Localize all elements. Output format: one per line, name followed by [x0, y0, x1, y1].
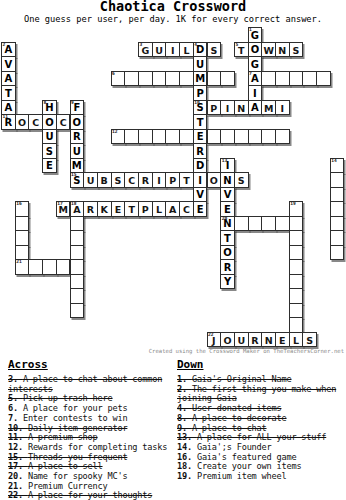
- cell-r3c11: [152, 71, 167, 87]
- cell-r10c7: B: [97, 172, 112, 188]
- clue-number: 18.: [177, 461, 197, 471]
- cell-letter: M: [264, 102, 273, 114]
- clue-3: 3. A place to chat about common interest…: [8, 375, 174, 394]
- clue-number: 10.: [8, 423, 28, 433]
- cell-letter: S: [115, 174, 122, 186]
- cell-letter: T: [183, 174, 189, 186]
- cell-r15c5: [70, 245, 85, 261]
- cell-r3c18: 7A: [248, 71, 263, 87]
- cell-r3c13: [179, 71, 194, 87]
- cell-r7c5: R: [70, 129, 85, 145]
- cell-number: 15: [71, 173, 77, 178]
- cell-number: 7: [249, 72, 252, 77]
- cell-r8c3: S: [42, 143, 57, 159]
- clue-number: 8.: [177, 413, 192, 423]
- cell-letter: L: [293, 334, 299, 346]
- cell-r10c13: T: [179, 172, 194, 188]
- cell-letter: A: [169, 203, 176, 215]
- clue-number: 15.: [8, 452, 28, 462]
- cell-number: 1: [249, 28, 252, 33]
- cell-letter: S: [306, 334, 313, 346]
- cell-r2c18: G: [248, 56, 263, 72]
- clue-number: 13.: [177, 432, 197, 442]
- clue-22: 22. A place for your thoughts: [8, 491, 174, 500]
- cell-r10c8: S: [111, 172, 126, 188]
- cell-r7c20: [275, 129, 290, 145]
- clue-number: 9.: [177, 423, 192, 433]
- cell-letter: A: [251, 72, 259, 84]
- cell-number: 2: [3, 43, 6, 48]
- cell-number: 3: [140, 43, 143, 48]
- cell-r21c16: O: [220, 332, 235, 348]
- clue-number: 16.: [177, 452, 197, 462]
- cell-number: 18: [71, 202, 77, 207]
- cell-letter: T: [197, 116, 204, 128]
- cell-letter: O: [223, 246, 232, 258]
- cell-r10c17: S: [234, 172, 249, 188]
- cell-r17c21: [289, 274, 304, 290]
- cell-letter: V: [196, 188, 204, 200]
- cell-letter: S: [210, 44, 217, 56]
- page-title: Chaotica Crossword: [0, 0, 346, 14]
- cell-letter: O: [210, 174, 218, 186]
- cell-r1c17: 5T: [234, 42, 249, 58]
- cell-letter: G: [251, 29, 259, 41]
- cell-r12c9: T: [124, 201, 139, 217]
- cell-r19c21: [289, 303, 304, 319]
- cell-letter: R: [224, 261, 232, 273]
- cell-number: 20: [222, 217, 228, 222]
- cell-r7c19: [261, 129, 276, 145]
- clue-number: 4.: [177, 403, 192, 413]
- cell-r5c15: P: [207, 100, 222, 116]
- cell-letter: D: [196, 43, 204, 55]
- cell-r3c9: [124, 71, 139, 87]
- cell-r3c10: [138, 71, 153, 87]
- cell-r18c21: [289, 288, 304, 304]
- cell-r3c23: [316, 71, 331, 87]
- cell-letter: U: [196, 58, 204, 70]
- cell-number: 14: [331, 159, 337, 164]
- cell-r5c18: A: [248, 100, 263, 116]
- cell-letter: I: [281, 102, 285, 114]
- cell-r4c14: P: [193, 85, 208, 101]
- cell-r7c3: U: [42, 129, 57, 145]
- cell-r7c15: [207, 129, 222, 145]
- cell-r8c5: U: [70, 143, 85, 159]
- cell-letter: O: [45, 116, 54, 128]
- cell-letter: D: [196, 159, 204, 171]
- cell-r3c8: 6: [111, 71, 126, 87]
- cell-number: 9: [71, 101, 74, 106]
- cell-r6c4: C: [56, 114, 71, 130]
- cell-r12c16: E: [220, 201, 235, 217]
- cell-r13c16: 20N: [220, 216, 235, 232]
- board: 1G2A3GUIL4DS5TOWNSVUGA6M7ATPIA8H9F10SPIN…: [1, 27, 345, 346]
- cell-r6c5: O: [70, 114, 85, 130]
- page-subtitle: One guess per user, per day. 1K for ever…: [0, 14, 346, 24]
- cell-r4c0: T: [1, 85, 16, 101]
- cell-r9c3: E: [42, 158, 57, 174]
- cell-r10c15: O: [207, 172, 222, 188]
- cell-r3c14: M: [193, 71, 208, 87]
- cell-letter: E: [46, 159, 53, 171]
- cell-letter: T: [128, 203, 134, 215]
- credit-line: Created using the Crossword Maker on The…: [149, 348, 344, 354]
- cell-letter: I: [253, 87, 257, 99]
- cell-r12c1: 16: [15, 201, 30, 217]
- cell-r13c5: [70, 216, 85, 232]
- cell-r12c21: 19: [289, 201, 304, 217]
- cell-letter: N: [237, 102, 245, 114]
- clue-number: 7.: [8, 413, 23, 423]
- cell-letter: A: [4, 43, 12, 55]
- cell-letter: T: [5, 87, 12, 99]
- cell-r9c14: D: [193, 158, 208, 174]
- cell-number: 8: [44, 101, 47, 106]
- cell-letter: R: [251, 334, 258, 346]
- cell-letter: H: [45, 101, 53, 113]
- cell-letter: O: [223, 334, 231, 346]
- cell-r8c14: R: [193, 143, 208, 159]
- cell-letter: I: [198, 174, 202, 186]
- cell-letter: P: [210, 102, 217, 114]
- cell-r21c22: S: [302, 332, 317, 348]
- cell-number: 21: [16, 260, 22, 265]
- down-clue-list: 1. Gaia's Original Name2. The first thin…: [177, 375, 345, 482]
- cell-r13c20: [275, 216, 290, 232]
- cell-r1c15: S: [207, 42, 222, 58]
- clue-number: 1.: [177, 374, 192, 384]
- cell-letter: W: [263, 44, 273, 56]
- cell-r12c12: A: [165, 201, 180, 217]
- cell-r21c18: R: [248, 332, 263, 348]
- cell-number: 13: [222, 159, 228, 164]
- cell-r13c24: [330, 216, 345, 232]
- page: { "title": "Chaotica Crossword", "subtit…: [0, 0, 346, 500]
- cell-r12c4: 17M: [56, 201, 71, 217]
- cell-r14c24: [330, 230, 345, 246]
- cell-letter: G: [251, 58, 259, 70]
- cell-r14c5: [70, 230, 85, 246]
- cell-r21c17: U: [234, 332, 249, 348]
- cell-r5c0: A: [1, 100, 16, 116]
- cell-letter: U: [73, 145, 81, 157]
- cell-r0c18: 1G: [248, 27, 263, 43]
- cell-r12c6: R: [83, 201, 98, 217]
- cell-r5c3: 8H: [42, 100, 57, 116]
- cell-r15c1: [15, 245, 30, 261]
- cell-r9c5: M: [70, 158, 85, 174]
- cell-r16c5: [70, 259, 85, 275]
- cell-letter: R: [196, 145, 204, 157]
- cell-r3c12: [165, 71, 180, 87]
- cell-letter: K: [101, 203, 108, 215]
- cell-r12c8: E: [111, 201, 126, 217]
- cell-r10c9: C: [124, 172, 139, 188]
- cell-r6c1: O: [15, 114, 30, 130]
- cell-r10c12: P: [165, 172, 180, 188]
- cell-letter: I: [157, 174, 161, 186]
- cell-r3c16: [220, 71, 235, 87]
- cell-letter: I: [226, 102, 230, 114]
- cell-r3c21: [289, 71, 304, 87]
- cell-r19c5: [70, 303, 85, 319]
- cell-r11c24: [330, 187, 345, 203]
- cell-r6c2: C: [28, 114, 43, 130]
- cell-r11c16: V: [220, 187, 235, 203]
- across-header: Across: [8, 358, 174, 371]
- cell-r3c19: [261, 71, 276, 87]
- cell-number: 16: [16, 202, 22, 207]
- down-header: Down: [177, 358, 345, 371]
- cell-r5c19: M: [261, 100, 276, 116]
- down-clues: Down 1. Gaia's Original Name2. The first…: [177, 358, 345, 482]
- cell-r17c5: [70, 274, 85, 290]
- cell-letter: P: [196, 87, 203, 99]
- cell-letter: U: [237, 334, 245, 346]
- cell-r7c8: 12: [111, 129, 126, 145]
- cell-r18c5: [70, 288, 85, 304]
- cell-letter: I: [171, 44, 175, 56]
- cell-r1c19: W: [261, 42, 276, 58]
- cell-r15c21: [289, 245, 304, 261]
- clue-number: 2.: [177, 384, 192, 394]
- cell-r16c21: [289, 259, 304, 275]
- clue-number: 11.: [8, 432, 28, 442]
- clue-number: 21.: [8, 481, 28, 491]
- cell-r7c14: E: [193, 129, 208, 145]
- cell-r13c18: [248, 216, 263, 232]
- cell-r5c16: I: [220, 100, 235, 116]
- cell-letter: G: [141, 44, 149, 56]
- cell-r7c10: [138, 129, 153, 145]
- cell-r1c11: U: [152, 42, 167, 58]
- cell-r21c20: E: [275, 332, 290, 348]
- cell-letter: M: [72, 159, 82, 171]
- cell-letter: A: [4, 101, 12, 113]
- cell-r14c16: T: [220, 230, 235, 246]
- clue-number: 3.: [8, 374, 23, 384]
- clue-number: 6.: [8, 403, 23, 413]
- cell-letter: R: [142, 174, 149, 186]
- cell-r3c0: A: [1, 71, 16, 87]
- cell-r11c14: V: [193, 187, 208, 203]
- cell-r2c0: V: [1, 56, 16, 72]
- cell-r2c14: U: [193, 56, 208, 72]
- cell-r1c13: L: [179, 42, 194, 58]
- cell-r12c24: [330, 201, 345, 217]
- across-clue-list: 3. A place to chat about common interest…: [8, 375, 174, 500]
- cell-r1c14: 4D: [193, 42, 208, 58]
- cell-letter: C: [60, 116, 67, 128]
- clue-number: 14.: [177, 442, 197, 452]
- cell-r12c7: K: [97, 201, 112, 217]
- cell-letter: P: [142, 203, 149, 215]
- cell-r21c15: 22J: [207, 332, 222, 348]
- cell-letter: S: [46, 145, 53, 157]
- cell-letter: E: [197, 130, 204, 142]
- cell-r16c16: R: [220, 259, 235, 275]
- cell-letter: S: [293, 44, 300, 56]
- clue-number: 12.: [8, 442, 28, 452]
- cell-r15c24: [330, 245, 345, 261]
- cell-number: 4: [194, 43, 197, 48]
- cell-r7c11: [152, 129, 167, 145]
- cell-letter: T: [224, 232, 231, 244]
- cell-r16c2: [28, 259, 43, 275]
- cell-letter: V: [4, 58, 12, 70]
- cell-number: 12: [112, 130, 118, 135]
- cell-r20c21: [289, 317, 304, 333]
- cell-r7c13: [179, 129, 194, 145]
- cell-r1c21: S: [289, 42, 304, 58]
- cell-r12c14: E: [193, 201, 208, 217]
- cell-r12c5: 18A: [70, 201, 85, 217]
- cell-letter: L: [183, 44, 189, 56]
- cell-r5c14: 10S: [193, 100, 208, 116]
- cell-number: 5: [235, 43, 238, 48]
- cell-r1c20: N: [275, 42, 290, 58]
- cell-letter: T: [238, 44, 244, 56]
- cell-letter: R: [73, 130, 81, 142]
- cell-r16c3: [42, 259, 57, 275]
- clue-number: 5.: [8, 393, 23, 403]
- cell-letter: M: [195, 72, 205, 84]
- cell-r5c5: 9F: [70, 100, 85, 116]
- cell-r3c22: [302, 71, 317, 87]
- cell-letter: E: [279, 334, 286, 346]
- cell-r9c16: 13I: [220, 158, 235, 174]
- cell-letter: V: [224, 188, 232, 200]
- clue-number: 22.: [8, 490, 28, 500]
- cell-number: 17: [57, 202, 63, 207]
- cell-r10c14: I: [193, 172, 208, 188]
- cell-r21c19: N: [261, 332, 276, 348]
- clue-19: 19. Premium item wheel: [177, 472, 345, 482]
- cell-r6c3: O: [42, 114, 57, 130]
- cell-number: 11: [3, 115, 9, 120]
- cell-r7c18: [248, 129, 263, 145]
- cell-r9c24: 14: [330, 158, 345, 174]
- cell-letter: O: [18, 116, 26, 128]
- cell-letter: A: [251, 101, 259, 113]
- cell-letter: E: [224, 203, 231, 215]
- cell-r7c16: [220, 129, 235, 145]
- cell-r1c0: 2A: [1, 42, 16, 58]
- cell-number: 22: [208, 333, 214, 338]
- clue-number: 19.: [177, 471, 197, 481]
- cell-letter: U: [45, 130, 53, 142]
- cell-letter: P: [169, 174, 176, 186]
- cell-letter: B: [101, 174, 108, 186]
- cell-r12c11: L: [152, 201, 167, 217]
- across-clues: Across 3. A place to chat about common i…: [8, 358, 174, 500]
- cell-letter: C: [32, 116, 39, 128]
- cell-letter: C: [183, 203, 190, 215]
- cell-r5c17: N: [234, 100, 249, 116]
- cell-r16c4: [56, 259, 71, 275]
- cell-r7c17: [234, 129, 249, 145]
- clue-number: 17.: [8, 461, 28, 471]
- cell-letter: U: [155, 44, 163, 56]
- cell-r10c24: [330, 172, 345, 188]
- cell-r1c12: I: [165, 42, 180, 58]
- cell-r21c21: L: [289, 332, 304, 348]
- cell-r7c12: [165, 129, 180, 145]
- cell-letter: F: [73, 101, 80, 113]
- cell-letter: C: [128, 174, 135, 186]
- cell-letter: R: [87, 203, 94, 215]
- cell-letter: U: [87, 174, 95, 186]
- cell-letter: S: [238, 174, 245, 186]
- cell-r4c18: I: [248, 85, 263, 101]
- cell-r10c11: I: [152, 172, 167, 188]
- clue-number: 20.: [8, 471, 28, 481]
- cell-number: 6: [112, 72, 115, 77]
- cell-r16c1: 21: [15, 259, 30, 275]
- cell-letter: E: [197, 203, 204, 215]
- cell-letter: O: [251, 43, 260, 55]
- cell-r3c15: [207, 71, 222, 87]
- cell-number: 19: [290, 202, 296, 207]
- cell-r13c17: [234, 216, 249, 232]
- cell-r13c19: [261, 216, 276, 232]
- cell-r1c18: O: [248, 42, 263, 58]
- cell-r14c21: [289, 230, 304, 246]
- cell-letter: E: [115, 203, 122, 215]
- cell-r5c20: I: [275, 100, 290, 116]
- clue-2: 2. The first thing you make when joining…: [177, 385, 345, 404]
- cell-r10c5: 15S: [70, 172, 85, 188]
- cell-number: 10: [194, 101, 200, 106]
- cell-r10c10: R: [138, 172, 153, 188]
- cell-r7c9: [124, 129, 139, 145]
- cell-r10c6: U: [83, 172, 98, 188]
- cell-r6c14: T: [193, 114, 208, 130]
- cell-letter: Y: [224, 275, 231, 287]
- cell-letter: N: [223, 174, 231, 186]
- cell-r12c10: P: [138, 201, 153, 217]
- cell-r13c21: [289, 216, 304, 232]
- cell-r14c1: [15, 230, 30, 246]
- cell-letter: N: [265, 334, 273, 346]
- cell-r13c1: [15, 216, 30, 232]
- cell-r12c13: C: [179, 201, 194, 217]
- cell-r3c20: [275, 71, 290, 87]
- cell-letter: N: [278, 44, 286, 56]
- cell-letter: A: [4, 72, 12, 84]
- cell-r1c10: 3G: [138, 42, 153, 58]
- cell-r6c0: 11R: [1, 114, 16, 130]
- cell-r10c16: N: [220, 172, 235, 188]
- cell-letter: O: [73, 116, 82, 128]
- cell-letter: L: [156, 203, 162, 215]
- cell-r17c16: Y: [220, 274, 235, 290]
- cell-r15c16: O: [220, 245, 235, 261]
